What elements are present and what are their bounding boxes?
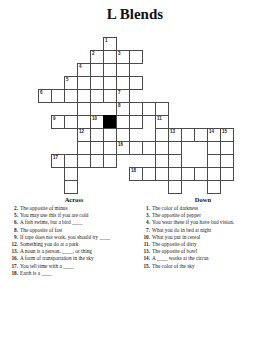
grid-cell[interactable] xyxy=(90,128,104,142)
grid-cell[interactable]: 15 xyxy=(220,128,234,142)
grid-cell[interactable] xyxy=(142,167,156,181)
grid-cell[interactable] xyxy=(220,154,234,168)
grid-cell[interactable] xyxy=(129,50,143,64)
grid-cell[interactable] xyxy=(116,115,130,129)
clue-item: 12.Something you do at a park xyxy=(8,241,140,248)
clue-item: 1.The color of darkness xyxy=(140,205,266,212)
clue-number: 10. xyxy=(140,234,150,241)
clue-item: 5.You may use this if you are cold xyxy=(8,212,140,219)
clue-text: The opposite of fast xyxy=(20,227,62,234)
clue-number: 13. xyxy=(8,248,18,255)
clue-text: The opposite of bowl xyxy=(152,248,197,255)
across-header: Across xyxy=(8,196,140,203)
clue-text: Something you do at a park xyxy=(20,241,78,248)
grid-cell[interactable] xyxy=(155,167,169,181)
clue-item: 14.A ____ works at the circus xyxy=(140,255,266,262)
cell-number: 4 xyxy=(79,64,82,69)
clue-number: 12. xyxy=(8,241,18,248)
grid-cell[interactable] xyxy=(181,128,195,142)
clue-number: 7. xyxy=(140,227,150,234)
grid-cell[interactable] xyxy=(77,115,91,129)
grid-cell[interactable]: 18 xyxy=(129,167,143,181)
clue-text: A form of transportation in the sky xyxy=(20,255,94,262)
grid-cell[interactable] xyxy=(116,128,130,142)
grid-cell[interactable]: 12 xyxy=(77,128,91,142)
cell-number: 1 xyxy=(105,38,108,43)
clue-text: A fish swims, but a bird ____ xyxy=(20,219,83,226)
grid-cell[interactable]: 3 xyxy=(116,50,130,64)
grid-cell[interactable] xyxy=(116,76,130,90)
clue-item: 10.What you put in cereal xyxy=(140,234,266,241)
grid-cell[interactable] xyxy=(90,141,104,155)
grid-cell[interactable] xyxy=(168,180,182,194)
grid-cell[interactable]: 1 xyxy=(103,37,117,51)
grid-cell[interactable] xyxy=(103,154,117,168)
grid-cell[interactable]: 11 xyxy=(155,115,169,129)
clue-item: 9.If tape does not work, you should try … xyxy=(8,234,140,241)
cell-number: 18 xyxy=(131,168,136,173)
down-list: 1.The color of darkness3.The opposite of… xyxy=(140,205,266,270)
grid-cell[interactable] xyxy=(103,76,117,90)
grid-cell[interactable] xyxy=(207,141,221,155)
grid-cell[interactable] xyxy=(103,63,117,77)
grid-cell[interactable] xyxy=(77,102,91,116)
cell-number: 12 xyxy=(79,129,84,134)
down-header: Down xyxy=(140,196,266,203)
clue-text: A noun is a person, ____, or thing xyxy=(20,248,92,255)
cell-number: 2 xyxy=(92,51,95,56)
grid-cell[interactable] xyxy=(64,89,78,103)
clue-text: You wear these if you have bad vision. xyxy=(152,219,234,226)
grid-cell[interactable] xyxy=(168,167,182,181)
grid-cell[interactable]: 9 xyxy=(51,115,65,129)
grid-cell[interactable] xyxy=(194,167,208,181)
cell-number: 11 xyxy=(157,116,162,121)
clue-item: 2.The opposite of minus xyxy=(8,205,140,212)
clue-item: 16.A form of transportation in the sky xyxy=(8,255,140,262)
clue-text: You may use this if you are cold xyxy=(20,212,88,219)
clue-item: 13.The opposite of bowl xyxy=(140,248,266,255)
clue-number: 15. xyxy=(140,263,150,270)
grid-cell[interactable] xyxy=(155,141,169,155)
clue-item: 6.A fish swims, but a bird ____ xyxy=(8,219,140,226)
clue-number: 5. xyxy=(8,212,18,219)
grid-cell[interactable] xyxy=(103,89,117,103)
clue-number: 3. xyxy=(140,212,150,219)
grid-cell[interactable] xyxy=(90,76,104,90)
clue-number: 13. xyxy=(140,248,150,255)
clue-number: 14. xyxy=(140,255,150,262)
clue-number: 17. xyxy=(8,263,18,270)
grid-cell[interactable] xyxy=(77,89,91,103)
grid-cell[interactable] xyxy=(207,167,221,181)
clue-item: 15.The color of the sky xyxy=(140,263,266,270)
clue-number: 18. xyxy=(8,270,18,277)
grid-cell[interactable] xyxy=(142,141,156,155)
grid-cell[interactable]: 10 xyxy=(90,115,104,129)
clue-item: 3.The opposite of pepper xyxy=(140,212,266,219)
clue-number: 8. xyxy=(8,227,18,234)
clue-text: You tell time with a ____ xyxy=(20,263,74,270)
grid-cell[interactable] xyxy=(64,167,78,181)
grid-cell[interactable] xyxy=(220,167,234,181)
clue-text: The opposite of pepper xyxy=(152,212,201,219)
grid-cell[interactable] xyxy=(194,128,208,142)
grid-cell[interactable]: 17 xyxy=(51,154,65,168)
cell-number: 14 xyxy=(209,129,214,134)
grid-cell[interactable] xyxy=(77,154,91,168)
clue-item: 18.Earth is a ____ xyxy=(8,270,140,277)
clue-text: Earth is a ____ xyxy=(20,270,52,277)
grid-cell[interactable] xyxy=(155,154,169,168)
grid-cell[interactable] xyxy=(51,89,65,103)
clue-text: A ____ works at the circus xyxy=(152,255,209,262)
grid-cell[interactable] xyxy=(90,154,104,168)
clue-text: The opposite of minus xyxy=(20,205,68,212)
grid-cell[interactable] xyxy=(207,180,221,194)
grid-cell[interactable] xyxy=(168,141,182,155)
grid-cell[interactable]: 13 xyxy=(168,128,182,142)
grid-cell[interactable] xyxy=(155,102,169,116)
cell-number: 17 xyxy=(53,155,58,160)
grid-cell[interactable] xyxy=(207,154,221,168)
cell-number: 15 xyxy=(222,129,227,134)
grid-cell[interactable] xyxy=(129,102,143,116)
clue-number: 11. xyxy=(140,241,150,248)
grid-cell[interactable]: 2 xyxy=(90,50,104,64)
grid-cell[interactable] xyxy=(129,76,143,90)
puzzle-title: L Blends xyxy=(0,6,270,23)
grid-cell[interactable] xyxy=(116,63,130,77)
cell-number: 16 xyxy=(118,142,123,147)
cell-number: 7 xyxy=(118,90,121,95)
grid-cell[interactable] xyxy=(129,141,143,155)
clue-item: 7.What you do in bed at night xyxy=(140,227,266,234)
grid-cell[interactable] xyxy=(181,167,195,181)
grid-cell[interactable]: 6 xyxy=(38,89,52,103)
clue-text: What you put in cereal xyxy=(152,234,200,241)
clue-number: 4. xyxy=(140,219,150,226)
grid-cell[interactable] xyxy=(64,154,78,168)
across-list: 2.The opposite of minus5.You may use thi… xyxy=(8,205,140,277)
grid-cell[interactable] xyxy=(77,76,91,90)
grid-cell[interactable] xyxy=(77,141,91,155)
cell-number: 6 xyxy=(40,90,43,95)
clue-text: The color of darkness xyxy=(152,205,198,212)
clue-number: 1. xyxy=(140,205,150,212)
grid-cell[interactable] xyxy=(142,102,156,116)
clue-number: 2. xyxy=(8,205,18,212)
grid-cell[interactable]: 4 xyxy=(77,63,91,77)
grid-cell[interactable]: 14 xyxy=(207,128,221,142)
cell-number: 10 xyxy=(92,116,97,121)
grid-cell[interactable] xyxy=(64,180,78,194)
clue-number: 9. xyxy=(8,234,18,241)
grid-cell[interactable] xyxy=(103,128,117,142)
across-clues: Across 2.The opposite of minus5.You may … xyxy=(8,196,140,277)
clue-item: 11.The opposite of dirty xyxy=(140,241,266,248)
cell-number: 3 xyxy=(118,51,121,56)
clue-number: 16. xyxy=(8,255,18,262)
grid-cell[interactable] xyxy=(220,141,234,155)
clue-text: What you do in bed at night xyxy=(152,227,211,234)
grid-cell[interactable] xyxy=(168,154,182,168)
clue-text: If tape does not work, you should try __… xyxy=(20,234,110,241)
grid-cell[interactable]: 5 xyxy=(64,76,78,90)
cell-number: 9 xyxy=(53,116,56,121)
cell-number: 13 xyxy=(170,129,175,134)
grid-cell[interactable] xyxy=(155,128,169,142)
clue-text: The color of the sky xyxy=(152,263,195,270)
worksheet-page: L Blends 123456789101112131415161718 Acr… xyxy=(0,0,270,350)
clue-number: 6. xyxy=(8,219,18,226)
cell-number: 8 xyxy=(118,103,121,108)
down-clues: Down 1.The color of darkness3.The opposi… xyxy=(140,196,266,270)
clue-text: The opposite of dirty xyxy=(152,241,197,248)
black-cell xyxy=(103,115,117,129)
grid-cell[interactable] xyxy=(64,115,78,129)
clue-item: 13.A noun is a person, ____, or thing xyxy=(8,248,140,255)
grid-cell[interactable]: 8 xyxy=(116,102,130,116)
clue-item: 4.You wear these if you have bad vision. xyxy=(140,219,266,226)
grid-cell[interactable] xyxy=(90,89,104,103)
grid-cell[interactable] xyxy=(129,115,143,129)
cell-number: 5 xyxy=(66,77,69,82)
grid-cell[interactable]: 16 xyxy=(116,141,130,155)
clue-item: 17.You tell time with a ____ xyxy=(8,263,140,270)
grid-cell[interactable]: 7 xyxy=(116,89,130,103)
grid-cell[interactable] xyxy=(103,50,117,64)
clue-item: 8.The opposite of fast xyxy=(8,227,140,234)
